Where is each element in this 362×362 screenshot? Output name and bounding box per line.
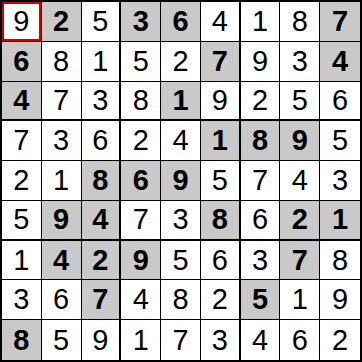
cell-r2c1[interactable]: 6 [2,42,42,82]
cell-r8c3[interactable]: 7 [82,280,122,320]
cell-r3c7[interactable]: 2 [241,82,281,122]
cell-r2c6[interactable]: 7 [201,42,241,82]
cell-r7c9[interactable]: 8 [320,241,360,281]
cell-r1c9[interactable]: 7 [320,2,360,42]
cell-r1c4[interactable]: 3 [121,2,161,42]
cell-r7c4[interactable]: 9 [121,241,161,281]
cell-r8c6[interactable]: 2 [201,280,241,320]
cell-r6c9[interactable]: 1 [320,201,360,241]
cell-r9c8[interactable]: 6 [280,320,320,360]
cell-r7c7[interactable]: 3 [241,241,281,281]
cell-r4c2[interactable]: 3 [42,121,82,161]
cell-r1c7[interactable]: 1 [241,2,281,42]
cell-r5c1[interactable]: 2 [2,161,42,201]
cell-r2c2[interactable]: 8 [42,42,82,82]
cell-r5c5[interactable]: 9 [161,161,201,201]
cell-r6c6[interactable]: 8 [201,201,241,241]
cell-r3c3[interactable]: 3 [82,82,122,122]
cell-r3c8[interactable]: 5 [280,82,320,122]
cell-r1c1[interactable]: 9 [2,2,42,42]
cell-r8c4[interactable]: 4 [121,280,161,320]
cell-r1c8[interactable]: 8 [280,2,320,42]
cell-r6c5[interactable]: 3 [161,201,201,241]
cell-r4c7[interactable]: 8 [241,121,281,161]
cell-r1c2[interactable]: 2 [42,2,82,42]
cell-r6c3[interactable]: 4 [82,201,122,241]
cell-r1c5[interactable]: 6 [161,2,201,42]
cell-r1c3[interactable]: 5 [82,2,122,42]
cell-r8c9[interactable]: 9 [320,280,360,320]
cell-r7c6[interactable]: 6 [201,241,241,281]
cell-r4c8[interactable]: 9 [280,121,320,161]
cell-r3c1[interactable]: 4 [2,82,42,122]
cell-r3c2[interactable]: 7 [42,82,82,122]
sudoku-board: 9253641876815279344738192567362418952186… [0,0,362,362]
cell-r9c4[interactable]: 1 [121,320,161,360]
cell-r4c1[interactable]: 7 [2,121,42,161]
cell-r3c6[interactable]: 9 [201,82,241,122]
cell-r3c5[interactable]: 1 [161,82,201,122]
cell-r2c9[interactable]: 4 [320,42,360,82]
cell-r7c3[interactable]: 2 [82,241,122,281]
cell-r5c9[interactable]: 3 [320,161,360,201]
cell-r9c9[interactable]: 2 [320,320,360,360]
cell-r6c2[interactable]: 9 [42,201,82,241]
cell-r4c4[interactable]: 2 [121,121,161,161]
cell-r6c1[interactable]: 5 [2,201,42,241]
cell-r9c6[interactable]: 3 [201,320,241,360]
cell-r1c6[interactable]: 4 [201,2,241,42]
cell-r8c7[interactable]: 5 [241,280,281,320]
cell-r6c7[interactable]: 6 [241,201,281,241]
cell-r5c7[interactable]: 7 [241,161,281,201]
cell-r5c6[interactable]: 5 [201,161,241,201]
cell-r9c1[interactable]: 8 [2,320,42,360]
cell-r7c2[interactable]: 4 [42,241,82,281]
cell-r9c2[interactable]: 5 [42,320,82,360]
cell-r8c2[interactable]: 6 [42,280,82,320]
cell-r2c3[interactable]: 1 [82,42,122,82]
cell-r4c9[interactable]: 5 [320,121,360,161]
cell-r7c8[interactable]: 7 [280,241,320,281]
cell-r7c1[interactable]: 1 [2,241,42,281]
cell-r5c2[interactable]: 1 [42,161,82,201]
cell-r4c5[interactable]: 4 [161,121,201,161]
cell-r7c5[interactable]: 5 [161,241,201,281]
cell-r6c4[interactable]: 7 [121,201,161,241]
cell-r4c3[interactable]: 6 [82,121,122,161]
cell-r5c8[interactable]: 4 [280,161,320,201]
cell-r3c9[interactable]: 6 [320,82,360,122]
cell-r8c1[interactable]: 3 [2,280,42,320]
cell-r8c5[interactable]: 8 [161,280,201,320]
cell-r2c4[interactable]: 5 [121,42,161,82]
cell-r4c6[interactable]: 1 [201,121,241,161]
cell-r2c7[interactable]: 9 [241,42,281,82]
cell-r6c8[interactable]: 2 [280,201,320,241]
cell-r9c3[interactable]: 9 [82,320,122,360]
cell-r8c8[interactable]: 1 [280,280,320,320]
cell-r2c8[interactable]: 3 [280,42,320,82]
cell-r5c4[interactable]: 6 [121,161,161,201]
cell-r2c5[interactable]: 2 [161,42,201,82]
cell-r9c5[interactable]: 7 [161,320,201,360]
cell-r3c4[interactable]: 8 [121,82,161,122]
cell-r9c7[interactable]: 4 [241,320,281,360]
cell-r5c3[interactable]: 8 [82,161,122,201]
